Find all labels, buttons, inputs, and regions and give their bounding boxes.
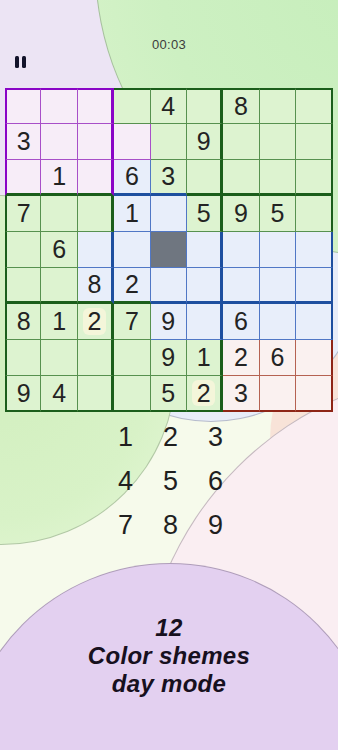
board-cell-r3c9[interactable] [296, 160, 332, 196]
board-cell-r7c3[interactable]: 2 [78, 304, 114, 340]
board-cell-r7c1[interactable]: 8 [5, 304, 41, 340]
board-cell-r3c7[interactable] [223, 160, 259, 196]
board-cell-r5c7[interactable] [223, 232, 259, 268]
cell-digit: 1 [125, 201, 139, 226]
board-cell-r7c7[interactable]: 6 [223, 304, 259, 340]
cell-digit: 5 [161, 381, 175, 406]
cell-digit: 8 [17, 309, 31, 334]
board-cell-r6c1[interactable] [5, 268, 41, 304]
board-cell-r1c7[interactable]: 8 [223, 88, 259, 124]
board-cell-r6c3[interactable]: 8 [78, 268, 114, 304]
board-cell-r7c9[interactable] [296, 304, 332, 340]
board-cell-r2c3[interactable] [78, 124, 114, 160]
cell-digit: 3 [17, 129, 31, 154]
board-cell-r7c4[interactable]: 7 [114, 304, 150, 340]
board-cell-r4c3[interactable] [78, 196, 114, 232]
number-pad: 123456789 [103, 415, 238, 547]
board-cell-r8c8[interactable]: 6 [260, 340, 296, 376]
cell-digit: 9 [161, 345, 175, 370]
board-cell-r8c7[interactable]: 2 [223, 340, 259, 376]
caption-line-1: 12 [0, 614, 338, 642]
cell-digit: 3 [234, 381, 248, 406]
board-cell-r9c6[interactable]: 2 [187, 376, 223, 412]
board-cell-r1c5[interactable]: 4 [151, 88, 187, 124]
board-cell-r7c2[interactable]: 1 [41, 304, 77, 340]
sudoku-board: 483916371595682812796912694523 [5, 88, 333, 412]
caption-line-3: day mode [0, 670, 338, 698]
cell-digit: 6 [234, 309, 248, 334]
cell-digit: 1 [197, 345, 211, 370]
board-cell-r4c2[interactable] [41, 196, 77, 232]
cell-digit: 7 [17, 201, 31, 226]
header-bar: 00:03 [0, 0, 338, 88]
pause-button[interactable] [15, 54, 31, 70]
board-cell-r3c8[interactable] [260, 160, 296, 196]
board-cell-r9c5[interactable]: 5 [151, 376, 187, 412]
keypad-8[interactable]: 8 [148, 503, 193, 547]
cell-digit: 3 [161, 164, 175, 189]
board-cell-r9c2[interactable]: 4 [41, 376, 77, 412]
cell-digit: 2 [125, 272, 139, 297]
board-cell-r1c4[interactable] [114, 88, 150, 124]
board-cell-r6c9[interactable] [296, 268, 332, 304]
cell-digit: 5 [197, 201, 211, 226]
board-cell-r3c6[interactable] [187, 160, 223, 196]
board-cell-r7c5[interactable]: 9 [151, 304, 187, 340]
board-cell-r5c8[interactable] [260, 232, 296, 268]
keypad-5[interactable]: 5 [148, 459, 193, 503]
board-cell-r2c6[interactable]: 9 [187, 124, 223, 160]
pause-icon [15, 56, 19, 68]
board-cell-r1c3[interactable] [78, 88, 114, 124]
keypad-7[interactable]: 7 [103, 503, 148, 547]
board-cell-r3c2[interactable]: 1 [41, 160, 77, 196]
board-cell-r6c6[interactable] [187, 268, 223, 304]
board-cell-r6c8[interactable] [260, 268, 296, 304]
cell-digit: 2 [234, 345, 248, 370]
board-cell-r5c2[interactable]: 6 [41, 232, 77, 268]
board-cell-r1c6[interactable] [187, 88, 223, 124]
cell-digit: 2 [88, 309, 102, 334]
board-cell-r8c3[interactable] [78, 340, 114, 376]
cell-digit: 6 [52, 237, 66, 262]
board-cell-r4c9[interactable] [296, 196, 332, 232]
cell-digit: 6 [125, 164, 139, 189]
cell-digit: 1 [52, 164, 66, 189]
keypad-3[interactable]: 3 [193, 415, 238, 459]
board-cell-r6c7[interactable] [223, 268, 259, 304]
keypad-2[interactable]: 2 [148, 415, 193, 459]
cell-digit: 9 [161, 309, 175, 334]
board-cell-r2c7[interactable] [223, 124, 259, 160]
board-cell-r1c1[interactable] [5, 88, 41, 124]
keypad-9[interactable]: 9 [193, 503, 238, 547]
board-cell-r3c3[interactable] [78, 160, 114, 196]
caption-line-2: Color shemes [0, 642, 338, 670]
board-cell-r3c1[interactable] [5, 160, 41, 196]
board-cell-r4c8[interactable]: 5 [260, 196, 296, 232]
cell-digit: 4 [161, 94, 175, 119]
board-cell-r9c3[interactable] [78, 376, 114, 412]
cell-digit: 9 [234, 201, 248, 226]
cell-digit: 5 [270, 201, 284, 226]
board-cell-r8c4[interactable] [114, 340, 150, 376]
board-cell-r8c9[interactable] [296, 340, 332, 376]
keypad-4[interactable]: 4 [103, 459, 148, 503]
board-cell-r9c1[interactable]: 9 [5, 376, 41, 412]
board-cell-r6c2[interactable] [41, 268, 77, 304]
board-cell-r2c1[interactable]: 3 [5, 124, 41, 160]
cell-digit: 7 [125, 309, 139, 334]
board-cell-r2c2[interactable] [41, 124, 77, 160]
board-cell-r7c8[interactable] [260, 304, 296, 340]
board-cell-r6c4[interactable]: 2 [114, 268, 150, 304]
board-cell-r2c4[interactable] [114, 124, 150, 160]
board-cell-r9c9[interactable] [296, 376, 332, 412]
cell-digit: 2 [197, 381, 211, 406]
board-cell-r4c7[interactable]: 9 [223, 196, 259, 232]
board-cell-r8c2[interactable] [41, 340, 77, 376]
board-cell-r7c6[interactable] [187, 304, 223, 340]
cell-digit: 9 [17, 381, 31, 406]
board-cell-r5c9[interactable] [296, 232, 332, 268]
board-cell-r5c3[interactable] [78, 232, 114, 268]
board-cell-r5c4[interactable] [114, 232, 150, 268]
board-cell-r1c2[interactable] [41, 88, 77, 124]
cell-digit: 6 [270, 345, 284, 370]
board-cell-r6c5[interactable] [151, 268, 187, 304]
app-root: 00:03 483916371595682812796912694523 123… [0, 0, 338, 750]
board-cell-r5c5[interactable] [151, 232, 187, 268]
board-cell-r1c8[interactable] [260, 88, 296, 124]
board-cell-r4c5[interactable] [151, 196, 187, 232]
timer: 00:03 [0, 37, 338, 52]
promo-caption: 12 Color shemes day mode [0, 614, 338, 698]
board-cell-r8c6[interactable]: 1 [187, 340, 223, 376]
board-cell-r9c7[interactable]: 3 [223, 376, 259, 412]
board-cell-r8c5[interactable]: 9 [151, 340, 187, 376]
board-cell-r2c8[interactable] [260, 124, 296, 160]
board-cell-r4c6[interactable]: 5 [187, 196, 223, 232]
cell-digit: 8 [234, 94, 248, 119]
board-cell-r4c1[interactable]: 7 [5, 196, 41, 232]
board-cell-r5c1[interactable] [5, 232, 41, 268]
board-cell-r1c9[interactable] [296, 88, 332, 124]
board-cell-r9c8[interactable] [260, 376, 296, 412]
board-cell-r8c1[interactable] [5, 340, 41, 376]
cell-digit: 8 [88, 272, 102, 297]
board-cell-r2c9[interactable] [296, 124, 332, 160]
pause-icon [22, 56, 26, 68]
board-cell-r5c6[interactable] [187, 232, 223, 268]
keypad-6[interactable]: 6 [193, 459, 238, 503]
board-cell-r3c5[interactable]: 3 [151, 160, 187, 196]
board-cell-r9c4[interactable] [114, 376, 150, 412]
cell-digit: 4 [52, 381, 66, 406]
board-cell-r3c4[interactable]: 6 [114, 160, 150, 196]
cell-digit: 9 [197, 129, 211, 154]
cell-digit: 1 [52, 309, 66, 334]
keypad-1[interactable]: 1 [103, 415, 148, 459]
board-cell-r2c5[interactable] [151, 124, 187, 160]
board-cell-r4c4[interactable]: 1 [114, 196, 150, 232]
